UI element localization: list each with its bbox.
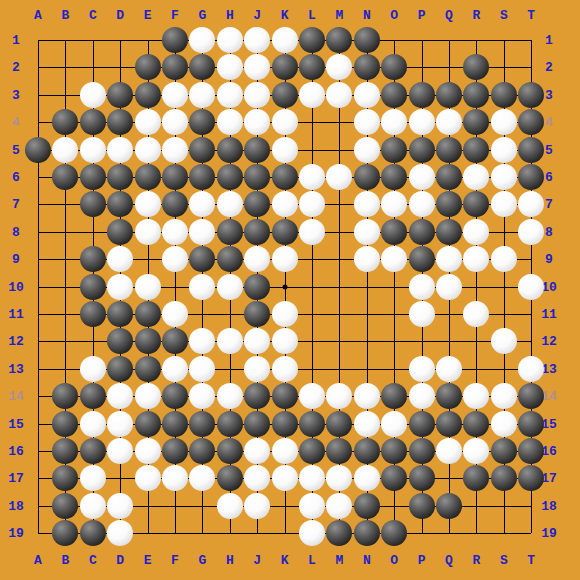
coordinate-label-right: 7 <box>545 197 553 212</box>
black-stone-N16[interactable] <box>354 438 380 464</box>
black-stone-C7[interactable] <box>80 191 106 217</box>
white-stone-M17[interactable] <box>326 465 352 491</box>
coordinate-label-bottom: B <box>61 553 69 568</box>
coordinate-label-right: 8 <box>545 224 553 239</box>
white-stone-J13[interactable] <box>244 356 270 382</box>
black-stone-D11[interactable] <box>107 301 133 327</box>
white-stone-D18[interactable] <box>107 493 133 519</box>
black-stone-F14[interactable] <box>162 383 188 409</box>
white-stone-K9[interactable] <box>272 246 298 272</box>
black-stone-J10[interactable] <box>244 274 270 300</box>
white-stone-K7[interactable] <box>272 191 298 217</box>
black-stone-F15[interactable] <box>162 411 188 437</box>
white-stone-M6[interactable] <box>326 164 352 190</box>
black-stone-F6[interactable] <box>162 164 188 190</box>
black-stone-F16[interactable] <box>162 438 188 464</box>
black-stone-G6[interactable] <box>189 164 215 190</box>
black-stone-N2[interactable] <box>354 54 380 80</box>
white-stone-N5[interactable] <box>354 137 380 163</box>
black-stone-O6[interactable] <box>381 164 407 190</box>
black-stone-G5[interactable] <box>189 137 215 163</box>
coordinate-label-left: 10 <box>8 279 24 294</box>
white-stone-C3[interactable] <box>80 82 106 108</box>
white-stone-L14[interactable] <box>299 383 325 409</box>
coordinate-label-left: 14 <box>8 389 24 404</box>
white-stone-T7[interactable] <box>518 191 544 217</box>
white-stone-O4[interactable] <box>381 109 407 135</box>
white-stone-D9[interactable] <box>107 246 133 272</box>
white-stone-N17[interactable] <box>354 465 380 491</box>
coordinate-label-right: 1 <box>545 33 553 48</box>
coordinate-label-top: P <box>418 8 426 23</box>
white-stone-P4[interactable] <box>409 109 435 135</box>
coordinate-label-top: R <box>472 8 480 23</box>
white-stone-G8[interactable] <box>189 219 215 245</box>
white-stone-P6[interactable] <box>409 164 435 190</box>
white-stone-P14[interactable] <box>409 383 435 409</box>
black-stone-B18[interactable] <box>52 493 78 519</box>
black-stone-C9[interactable] <box>80 246 106 272</box>
black-stone-S3[interactable] <box>491 82 517 108</box>
black-stone-F7[interactable] <box>162 191 188 217</box>
white-stone-K12[interactable] <box>272 328 298 354</box>
black-stone-T3[interactable] <box>518 82 544 108</box>
white-stone-D19[interactable] <box>107 520 133 546</box>
white-stone-Q10[interactable] <box>436 274 462 300</box>
black-stone-M16[interactable] <box>326 438 352 464</box>
white-stone-D5[interactable] <box>107 137 133 163</box>
white-stone-J1[interactable] <box>244 27 270 53</box>
coordinate-label-bottom: Q <box>445 553 453 568</box>
white-stone-C18[interactable] <box>80 493 106 519</box>
white-stone-N7[interactable] <box>354 191 380 217</box>
white-stone-G1[interactable] <box>189 27 215 53</box>
black-stone-C10[interactable] <box>80 274 106 300</box>
black-stone-Q7[interactable] <box>436 191 462 217</box>
white-stone-P10[interactable] <box>409 274 435 300</box>
white-stone-N4[interactable] <box>354 109 380 135</box>
coordinate-label-bottom: H <box>226 553 234 568</box>
black-stone-L16[interactable] <box>299 438 325 464</box>
white-stone-J17[interactable] <box>244 465 270 491</box>
black-stone-M19[interactable] <box>326 520 352 546</box>
white-stone-S12[interactable] <box>491 328 517 354</box>
black-stone-E3[interactable] <box>135 82 161 108</box>
white-stone-S5[interactable] <box>491 137 517 163</box>
black-stone-O8[interactable] <box>381 219 407 245</box>
black-stone-Q18[interactable] <box>436 493 462 519</box>
white-stone-T10[interactable] <box>518 274 544 300</box>
black-stone-T15[interactable] <box>518 411 544 437</box>
coordinate-label-top: M <box>335 8 343 23</box>
black-stone-C6[interactable] <box>80 164 106 190</box>
coordinate-label-right: 2 <box>545 60 553 75</box>
white-stone-M18[interactable] <box>326 493 352 519</box>
coordinate-label-bottom: D <box>116 553 124 568</box>
white-stone-G14[interactable] <box>189 383 215 409</box>
black-stone-O2[interactable] <box>381 54 407 80</box>
black-stone-O19[interactable] <box>381 520 407 546</box>
white-stone-K16[interactable] <box>272 438 298 464</box>
black-stone-O17[interactable] <box>381 465 407 491</box>
coordinate-label-left: 12 <box>8 334 24 349</box>
black-stone-J15[interactable] <box>244 411 270 437</box>
black-stone-R17[interactable] <box>463 465 489 491</box>
white-stone-S7[interactable] <box>491 191 517 217</box>
black-stone-H6[interactable] <box>217 164 243 190</box>
black-stone-K2[interactable] <box>272 54 298 80</box>
white-stone-J16[interactable] <box>244 438 270 464</box>
black-stone-D13[interactable] <box>107 356 133 382</box>
black-stone-K6[interactable] <box>272 164 298 190</box>
white-stone-F17[interactable] <box>162 465 188 491</box>
black-stone-T17[interactable] <box>518 465 544 491</box>
coordinate-label-bottom: O <box>390 553 398 568</box>
white-stone-Q13[interactable] <box>436 356 462 382</box>
white-stone-E8[interactable] <box>135 219 161 245</box>
coordinate-label-top: E <box>144 8 152 23</box>
white-stone-C15[interactable] <box>80 411 106 437</box>
black-stone-Q3[interactable] <box>436 82 462 108</box>
white-stone-O15[interactable] <box>381 411 407 437</box>
white-stone-Q9[interactable] <box>436 246 462 272</box>
black-stone-P5[interactable] <box>409 137 435 163</box>
black-stone-D7[interactable] <box>107 191 133 217</box>
white-stone-L6[interactable] <box>299 164 325 190</box>
black-stone-J11[interactable] <box>244 301 270 327</box>
white-stone-F13[interactable] <box>162 356 188 382</box>
black-stone-E15[interactable] <box>135 411 161 437</box>
white-stone-S6[interactable] <box>491 164 517 190</box>
coordinate-label-top: G <box>198 8 206 23</box>
black-stone-F2[interactable] <box>162 54 188 80</box>
white-stone-L19[interactable] <box>299 520 325 546</box>
white-stone-G17[interactable] <box>189 465 215 491</box>
coordinate-label-top: D <box>116 8 124 23</box>
black-stone-B6[interactable] <box>52 164 78 190</box>
coordinate-label-bottom: R <box>472 553 480 568</box>
black-stone-H8[interactable] <box>217 219 243 245</box>
black-stone-P3[interactable] <box>409 82 435 108</box>
coordinate-label-right: 19 <box>541 526 557 541</box>
black-stone-B14[interactable] <box>52 383 78 409</box>
white-stone-S15[interactable] <box>491 411 517 437</box>
black-stone-K15[interactable] <box>272 411 298 437</box>
black-stone-G2[interactable] <box>189 54 215 80</box>
black-stone-N6[interactable] <box>354 164 380 190</box>
black-stone-P9[interactable] <box>409 246 435 272</box>
white-stone-H1[interactable] <box>217 27 243 53</box>
white-stone-H14[interactable] <box>217 383 243 409</box>
white-stone-N3[interactable] <box>354 82 380 108</box>
white-stone-F11[interactable] <box>162 301 188 327</box>
white-stone-E17[interactable] <box>135 465 161 491</box>
black-stone-J7[interactable] <box>244 191 270 217</box>
white-stone-Q4[interactable] <box>436 109 462 135</box>
black-stone-E2[interactable] <box>135 54 161 80</box>
white-stone-N9[interactable] <box>354 246 380 272</box>
black-stone-A5[interactable] <box>25 137 51 163</box>
white-stone-N15[interactable] <box>354 411 380 437</box>
white-stone-F5[interactable] <box>162 137 188 163</box>
black-stone-G16[interactable] <box>189 438 215 464</box>
black-stone-O5[interactable] <box>381 137 407 163</box>
white-stone-K4[interactable] <box>272 109 298 135</box>
coordinate-label-top: L <box>308 8 316 23</box>
coordinate-label-top: K <box>281 8 289 23</box>
white-stone-E5[interactable] <box>135 137 161 163</box>
coordinate-label-right: 4 <box>545 115 553 130</box>
white-stone-J2[interactable] <box>244 54 270 80</box>
white-stone-D14[interactable] <box>107 383 133 409</box>
coordinate-label-top: N <box>363 8 371 23</box>
black-stone-B19[interactable] <box>52 520 78 546</box>
coordinate-label-left: 9 <box>12 252 20 267</box>
white-stone-F9[interactable] <box>162 246 188 272</box>
black-stone-O14[interactable] <box>381 383 407 409</box>
black-stone-L1[interactable] <box>299 27 325 53</box>
black-stone-D12[interactable] <box>107 328 133 354</box>
black-stone-R15[interactable] <box>463 411 489 437</box>
white-stone-D10[interactable] <box>107 274 133 300</box>
black-stone-H17[interactable] <box>217 465 243 491</box>
white-stone-K1[interactable] <box>272 27 298 53</box>
white-stone-H18[interactable] <box>217 493 243 519</box>
black-stone-E13[interactable] <box>135 356 161 382</box>
white-stone-N14[interactable] <box>354 383 380 409</box>
white-stone-G10[interactable] <box>189 274 215 300</box>
black-stone-M1[interactable] <box>326 27 352 53</box>
black-stone-D8[interactable] <box>107 219 133 245</box>
black-stone-Q14[interactable] <box>436 383 462 409</box>
white-stone-J9[interactable] <box>244 246 270 272</box>
white-stone-H12[interactable] <box>217 328 243 354</box>
black-stone-J14[interactable] <box>244 383 270 409</box>
white-stone-L3[interactable] <box>299 82 325 108</box>
coordinate-label-bottom: T <box>527 553 535 568</box>
coordinate-label-top: F <box>171 8 179 23</box>
black-stone-T5[interactable] <box>518 137 544 163</box>
black-stone-P15[interactable] <box>409 411 435 437</box>
black-stone-P18[interactable] <box>409 493 435 519</box>
black-stone-R7[interactable] <box>463 191 489 217</box>
white-stone-C13[interactable] <box>80 356 106 382</box>
white-stone-P13[interactable] <box>409 356 435 382</box>
coordinate-label-left: 19 <box>8 526 24 541</box>
white-stone-J4[interactable] <box>244 109 270 135</box>
black-stone-Q6[interactable] <box>436 164 462 190</box>
white-stone-J18[interactable] <box>244 493 270 519</box>
black-stone-Q8[interactable] <box>436 219 462 245</box>
coordinate-label-bottom: E <box>144 553 152 568</box>
white-stone-S9[interactable] <box>491 246 517 272</box>
white-stone-R11[interactable] <box>463 301 489 327</box>
go-board[interactable]: AABBCCDDEEFFGGHHJJKKLLMMNNOOPPQQRRSSTT11… <box>0 0 580 580</box>
white-stone-T8[interactable] <box>518 219 544 245</box>
coordinate-label-bottom: F <box>171 553 179 568</box>
white-stone-H4[interactable] <box>217 109 243 135</box>
coordinate-label-right: 12 <box>541 334 557 349</box>
white-stone-C17[interactable] <box>80 465 106 491</box>
coordinate-label-left: 4 <box>12 115 20 130</box>
coordinate-label-top: Q <box>445 8 453 23</box>
black-stone-E6[interactable] <box>135 164 161 190</box>
white-stone-L18[interactable] <box>299 493 325 519</box>
black-stone-T14[interactable] <box>518 383 544 409</box>
black-stone-E12[interactable] <box>135 328 161 354</box>
black-stone-P8[interactable] <box>409 219 435 245</box>
white-stone-O7[interactable] <box>381 191 407 217</box>
white-stone-H3[interactable] <box>217 82 243 108</box>
white-stone-G7[interactable] <box>189 191 215 217</box>
black-stone-Q5[interactable] <box>436 137 462 163</box>
white-stone-F8[interactable] <box>162 219 188 245</box>
white-stone-O9[interactable] <box>381 246 407 272</box>
coordinate-label-bottom: A <box>34 553 42 568</box>
white-stone-S14[interactable] <box>491 383 517 409</box>
black-stone-H9[interactable] <box>217 246 243 272</box>
white-stone-M2[interactable] <box>326 54 352 80</box>
white-stone-G13[interactable] <box>189 356 215 382</box>
black-stone-P17[interactable] <box>409 465 435 491</box>
black-stone-O16[interactable] <box>381 438 407 464</box>
black-stone-K14[interactable] <box>272 383 298 409</box>
white-stone-E10[interactable] <box>135 274 161 300</box>
white-stone-E16[interactable] <box>135 438 161 464</box>
black-stone-D4[interactable] <box>107 109 133 135</box>
black-stone-L2[interactable] <box>299 54 325 80</box>
white-stone-Q16[interactable] <box>436 438 462 464</box>
white-stone-H2[interactable] <box>217 54 243 80</box>
white-stone-J12[interactable] <box>244 328 270 354</box>
black-stone-J6[interactable] <box>244 164 270 190</box>
coordinate-label-top: J <box>253 8 261 23</box>
black-stone-J8[interactable] <box>244 219 270 245</box>
white-stone-R6[interactable] <box>463 164 489 190</box>
white-stone-K5[interactable] <box>272 137 298 163</box>
coordinate-label-top: H <box>226 8 234 23</box>
black-stone-B16[interactable] <box>52 438 78 464</box>
white-stone-D15[interactable] <box>107 411 133 437</box>
white-stone-N8[interactable] <box>354 219 380 245</box>
black-stone-D6[interactable] <box>107 164 133 190</box>
coordinate-label-left: 1 <box>12 33 20 48</box>
black-stone-Q15[interactable] <box>436 411 462 437</box>
white-stone-M3[interactable] <box>326 82 352 108</box>
white-stone-C5[interactable] <box>80 137 106 163</box>
white-stone-S4[interactable] <box>491 109 517 135</box>
coordinate-label-left: 13 <box>8 361 24 376</box>
black-stone-H5[interactable] <box>217 137 243 163</box>
coordinate-label-left: 3 <box>12 87 20 102</box>
black-stone-B17[interactable] <box>52 465 78 491</box>
black-stone-T4[interactable] <box>518 109 544 135</box>
white-stone-R8[interactable] <box>463 219 489 245</box>
white-stone-E14[interactable] <box>135 383 161 409</box>
black-stone-B15[interactable] <box>52 411 78 437</box>
white-stone-G3[interactable] <box>189 82 215 108</box>
black-stone-B4[interactable] <box>52 109 78 135</box>
coordinate-label-bottom: N <box>363 553 371 568</box>
white-stone-R16[interactable] <box>463 438 489 464</box>
black-stone-H16[interactable] <box>217 438 243 464</box>
coordinate-label-bottom: S <box>500 553 508 568</box>
black-stone-T6[interactable] <box>518 164 544 190</box>
black-stone-R5[interactable] <box>463 137 489 163</box>
white-stone-R9[interactable] <box>463 246 489 272</box>
black-stone-D3[interactable] <box>107 82 133 108</box>
black-stone-N19[interactable] <box>354 520 380 546</box>
black-stone-P16[interactable] <box>409 438 435 464</box>
black-stone-S16[interactable] <box>491 438 517 464</box>
black-stone-T16[interactable] <box>518 438 544 464</box>
black-stone-H15[interactable] <box>217 411 243 437</box>
black-stone-G9[interactable] <box>189 246 215 272</box>
black-stone-G4[interactable] <box>189 109 215 135</box>
black-stone-N1[interactable] <box>354 27 380 53</box>
black-stone-C19[interactable] <box>80 520 106 546</box>
white-stone-E7[interactable] <box>135 191 161 217</box>
black-stone-G15[interactable] <box>189 411 215 437</box>
white-stone-K11[interactable] <box>272 301 298 327</box>
black-stone-E11[interactable] <box>135 301 161 327</box>
black-stone-C16[interactable] <box>80 438 106 464</box>
white-stone-T13[interactable] <box>518 356 544 382</box>
white-stone-H7[interactable] <box>217 191 243 217</box>
black-stone-N18[interactable] <box>354 493 380 519</box>
white-stone-K13[interactable] <box>272 356 298 382</box>
coordinate-label-right: 18 <box>541 498 557 513</box>
white-stone-F4[interactable] <box>162 109 188 135</box>
white-stone-G12[interactable] <box>189 328 215 354</box>
coordinate-label-top: S <box>500 8 508 23</box>
black-stone-M15[interactable] <box>326 411 352 437</box>
black-stone-J5[interactable] <box>244 137 270 163</box>
black-stone-K3[interactable] <box>272 82 298 108</box>
black-stone-L15[interactable] <box>299 411 325 437</box>
black-stone-R4[interactable] <box>463 109 489 135</box>
coordinate-label-left: 18 <box>8 498 24 513</box>
black-stone-K8[interactable] <box>272 219 298 245</box>
white-stone-B5[interactable] <box>52 137 78 163</box>
white-stone-L8[interactable] <box>299 219 325 245</box>
white-stone-M14[interactable] <box>326 383 352 409</box>
black-stone-R3[interactable] <box>463 82 489 108</box>
white-stone-H10[interactable] <box>217 274 243 300</box>
white-stone-L7[interactable] <box>299 191 325 217</box>
black-stone-R2[interactable] <box>463 54 489 80</box>
white-stone-P7[interactable] <box>409 191 435 217</box>
white-stone-L17[interactable] <box>299 465 325 491</box>
white-stone-D16[interactable] <box>107 438 133 464</box>
white-stone-E4[interactable] <box>135 109 161 135</box>
white-stone-J3[interactable] <box>244 82 270 108</box>
black-stone-O3[interactable] <box>381 82 407 108</box>
white-stone-R14[interactable] <box>463 383 489 409</box>
coordinate-label-top: O <box>390 8 398 23</box>
black-stone-C14[interactable] <box>80 383 106 409</box>
black-stone-C4[interactable] <box>80 109 106 135</box>
coordinate-label-bottom: L <box>308 553 316 568</box>
black-stone-C11[interactable] <box>80 301 106 327</box>
white-stone-F3[interactable] <box>162 82 188 108</box>
black-stone-S17[interactable] <box>491 465 517 491</box>
black-stone-F12[interactable] <box>162 328 188 354</box>
black-stone-F1[interactable] <box>162 27 188 53</box>
coordinate-label-right: 6 <box>545 170 553 185</box>
white-stone-K17[interactable] <box>272 465 298 491</box>
white-stone-P11[interactable] <box>409 301 435 327</box>
